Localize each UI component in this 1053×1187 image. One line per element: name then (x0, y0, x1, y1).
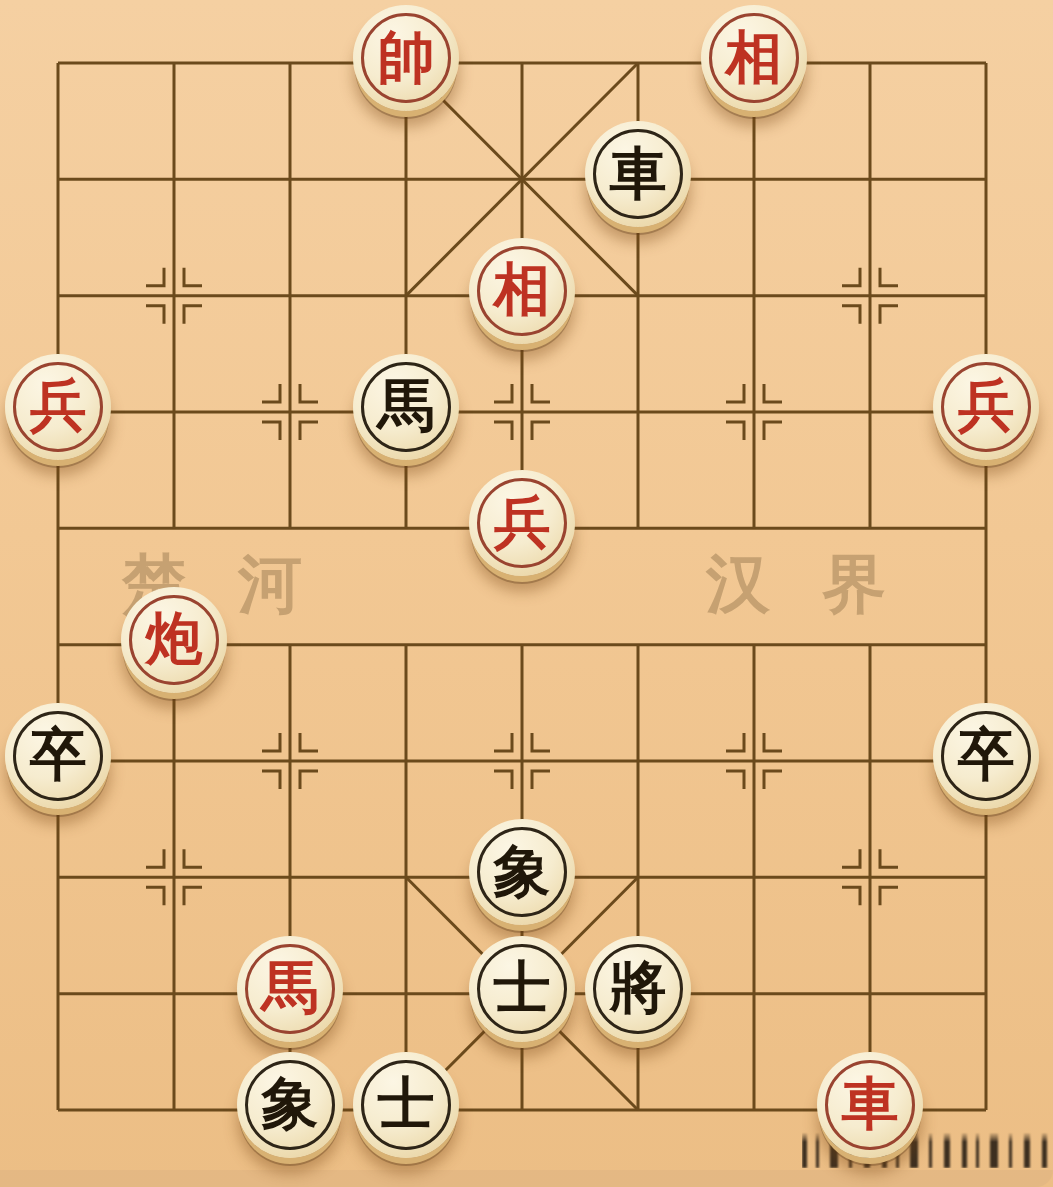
piece-glyph: 相 (494, 261, 551, 318)
piece-red-soldier[interactable]: 兵 (5, 354, 111, 460)
piece-glyph: 馬 (262, 959, 319, 1016)
piece-glyph: 卒 (958, 726, 1015, 783)
piece-glyph: 炮 (146, 610, 203, 667)
piece-glyph: 卒 (30, 726, 87, 783)
piece-glyph: 象 (494, 843, 551, 900)
piece-red-elephant[interactable]: 相 (701, 5, 807, 111)
piece-glyph: 車 (610, 145, 667, 202)
piece-glyph: 兵 (958, 377, 1015, 434)
board-bottom-edge (0, 1170, 1053, 1187)
river-text-right: 汉界 (706, 544, 938, 624)
piece-glyph: 兵 (494, 494, 551, 551)
piece-black-advisor[interactable]: 士 (353, 1052, 459, 1158)
piece-glyph: 相 (726, 29, 783, 86)
piece-glyph: 車 (842, 1075, 899, 1132)
piece-black-general[interactable]: 將 (585, 936, 691, 1042)
piece-glyph: 象 (262, 1075, 319, 1132)
piece-red-horse[interactable]: 馬 (237, 936, 343, 1042)
piece-black-chariot[interactable]: 車 (585, 121, 691, 227)
piece-glyph: 帥 (378, 29, 435, 86)
piece-glyph: 士 (378, 1075, 435, 1132)
piece-black-advisor[interactable]: 士 (469, 936, 575, 1042)
piece-red-cannon[interactable]: 炮 (121, 587, 227, 693)
xiangqi-board[interactable]: 楚河 汉界 帥相車相兵馬兵兵炮卒卒象馬士將象士車 (0, 0, 1053, 1187)
piece-red-soldier[interactable]: 兵 (469, 470, 575, 576)
piece-red-elephant[interactable]: 相 (469, 238, 575, 344)
piece-black-elephant[interactable]: 象 (237, 1052, 343, 1158)
piece-glyph: 兵 (30, 377, 87, 434)
piece-red-soldier[interactable]: 兵 (933, 354, 1039, 460)
piece-glyph: 士 (494, 959, 551, 1016)
piece-glyph: 將 (610, 959, 667, 1016)
piece-glyph: 馬 (378, 377, 435, 434)
piece-black-soldier[interactable]: 卒 (5, 703, 111, 809)
piece-black-horse[interactable]: 馬 (353, 354, 459, 460)
piece-black-elephant[interactable]: 象 (469, 819, 575, 925)
xiangqi-app: 楚河 汉界 帥相車相兵馬兵兵炮卒卒象馬士將象士車 (0, 0, 1053, 1187)
piece-red-general[interactable]: 帥 (353, 5, 459, 111)
piece-black-soldier[interactable]: 卒 (933, 703, 1039, 809)
piece-red-chariot[interactable]: 車 (817, 1052, 923, 1158)
